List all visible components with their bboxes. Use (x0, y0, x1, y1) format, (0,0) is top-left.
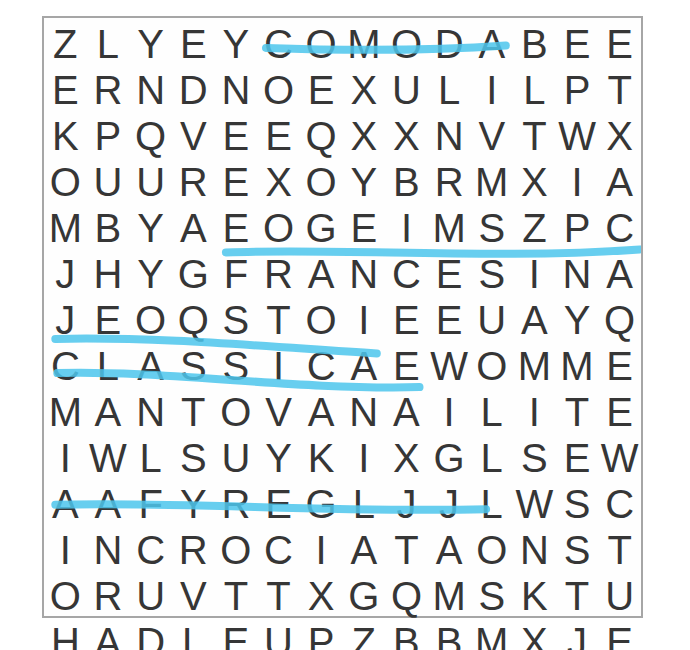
grid-cell[interactable]: A (300, 248, 343, 294)
grid-cell[interactable]: O (44, 570, 87, 616)
grid-cell[interactable]: U (257, 616, 300, 650)
grid-cell[interactable]: O (385, 18, 428, 64)
grid-cell[interactable]: A (598, 248, 641, 294)
grid-cell[interactable]: I (513, 386, 556, 432)
grid-cell[interactable]: A (428, 524, 471, 570)
grid-cell[interactable]: Y (129, 18, 172, 64)
grid-cell[interactable]: W (598, 432, 641, 478)
grid-cell[interactable]: R (257, 248, 300, 294)
grid-cell[interactable]: U (470, 294, 513, 340)
grid-cell[interactable]: W (513, 478, 556, 524)
grid-cell[interactable]: T (257, 570, 300, 616)
grid-cell[interactable]: F (129, 478, 172, 524)
grid-cell[interactable]: Q (300, 110, 343, 156)
grid-cell[interactable]: X (257, 156, 300, 202)
grid-cell[interactable]: I (44, 432, 87, 478)
grid-cell[interactable]: I (300, 524, 343, 570)
grid-cell[interactable]: T (257, 294, 300, 340)
grid-cell[interactable]: V (172, 110, 215, 156)
grid-cell[interactable]: R (428, 156, 471, 202)
grid-cell[interactable]: C (598, 478, 641, 524)
grid-cell[interactable]: A (44, 478, 87, 524)
grid-cell[interactable]: I (428, 386, 471, 432)
grid-cell[interactable]: E (598, 18, 641, 64)
grid-cell[interactable]: N (556, 248, 599, 294)
grid-cell[interactable]: L (129, 432, 172, 478)
grid-cell[interactable]: U (87, 156, 130, 202)
grid-cell[interactable]: D (172, 64, 215, 110)
grid-cell[interactable]: Q (598, 294, 641, 340)
grid-cell[interactable]: E (44, 64, 87, 110)
grid-cell[interactable]: J (428, 478, 471, 524)
grid-cell[interactable]: V (257, 386, 300, 432)
grid-cell[interactable]: X (385, 110, 428, 156)
grid-cell[interactable]: T (598, 524, 641, 570)
grid-cell[interactable]: E (300, 64, 343, 110)
grid-cell[interactable]: T (215, 570, 258, 616)
grid-cell[interactable]: B (513, 18, 556, 64)
grid-cell[interactable]: C (44, 340, 87, 386)
grid-cell[interactable]: S (172, 340, 215, 386)
grid-cell[interactable]: O (44, 156, 87, 202)
grid-cell[interactable]: I (44, 524, 87, 570)
grid-cell[interactable]: D (129, 616, 172, 650)
grid-cell[interactable]: M (44, 386, 87, 432)
grid-cell[interactable]: U (129, 570, 172, 616)
grid-cell[interactable]: X (513, 616, 556, 650)
grid-cell[interactable]: I (342, 294, 385, 340)
grid-cell[interactable]: O (470, 524, 513, 570)
grid-cell[interactable]: S (215, 340, 258, 386)
grid-cell[interactable]: S (470, 202, 513, 248)
grid-cell[interactable]: B (428, 616, 471, 650)
grid-cell[interactable]: C (598, 202, 641, 248)
grid-cell[interactable]: A (598, 156, 641, 202)
grid-cell[interactable]: R (87, 570, 130, 616)
grid-cell[interactable]: S (556, 478, 599, 524)
grid-cell[interactable]: O (300, 294, 343, 340)
grid-cell[interactable]: A (300, 386, 343, 432)
grid-cell[interactable]: A (342, 340, 385, 386)
grid-cell[interactable]: I (385, 202, 428, 248)
grid-cell[interactable]: X (598, 110, 641, 156)
word-search-page: ZLYEYCOMODABEEERNDNOEXULILPTKPQVEEQXXNVT… (0, 0, 690, 650)
grid-cell[interactable]: V (470, 110, 513, 156)
grid-cell[interactable]: R (215, 478, 258, 524)
grid-cell[interactable]: E (342, 202, 385, 248)
grid-cell[interactable]: X (342, 110, 385, 156)
grid-cell[interactable]: Q (172, 294, 215, 340)
grid-cell[interactable]: L (87, 18, 130, 64)
grid-cell[interactable]: A (470, 18, 513, 64)
grid-cell[interactable]: X (385, 432, 428, 478)
grid-cell[interactable]: M (470, 156, 513, 202)
grid-cell[interactable]: R (172, 524, 215, 570)
grid-cell[interactable]: E (598, 386, 641, 432)
grid-cell[interactable]: K (44, 110, 87, 156)
grid-cell[interactable]: A (87, 386, 130, 432)
grid-cell[interactable]: S (513, 432, 556, 478)
grid-cell[interactable]: S (172, 432, 215, 478)
grid-cell[interactable]: I (342, 432, 385, 478)
grid-cell[interactable]: C (257, 524, 300, 570)
grid-cell[interactable]: U (129, 156, 172, 202)
grid-cell[interactable]: J (44, 248, 87, 294)
grid-cell[interactable]: C (300, 340, 343, 386)
grid-cell[interactable]: N (215, 64, 258, 110)
grid-cell[interactable]: T (556, 570, 599, 616)
grid-cell[interactable]: E (428, 248, 471, 294)
grid-cell[interactable]: D (428, 18, 471, 64)
grid-cell[interactable]: P (556, 64, 599, 110)
grid-cell[interactable]: Y (172, 478, 215, 524)
grid-cell[interactable]: V (172, 570, 215, 616)
grid-cell[interactable]: E (385, 294, 428, 340)
grid-cell[interactable]: E (87, 294, 130, 340)
grid-cell[interactable]: G (300, 478, 343, 524)
grid-cell[interactable]: E (215, 110, 258, 156)
grid-cell[interactable]: Q (129, 110, 172, 156)
grid-cell[interactable]: Y (129, 202, 172, 248)
grid-cell[interactable]: L (513, 64, 556, 110)
grid-cell[interactable]: N (513, 524, 556, 570)
grid-cell[interactable]: A (385, 386, 428, 432)
grid-cell[interactable]: R (172, 156, 215, 202)
grid-cell[interactable]: E (215, 202, 258, 248)
grid-cell[interactable]: M (428, 570, 471, 616)
grid-cell[interactable]: O (257, 64, 300, 110)
grid-cell[interactable]: A (87, 478, 130, 524)
grid-cell[interactable]: N (129, 386, 172, 432)
grid-cell[interactable]: W (87, 432, 130, 478)
grid-cell[interactable]: W (428, 340, 471, 386)
grid-cell[interactable]: E (215, 156, 258, 202)
grid-cell[interactable]: S (215, 294, 258, 340)
grid-cell[interactable]: S (556, 524, 599, 570)
grid-cell[interactable]: J (44, 294, 87, 340)
grid-cell[interactable]: Y (215, 18, 258, 64)
grid-cell[interactable]: C (129, 524, 172, 570)
grid-cell[interactable]: P (300, 616, 343, 650)
grid-cell[interactable]: T (172, 386, 215, 432)
grid-cell[interactable]: W (556, 110, 599, 156)
grid-cell[interactable]: I (513, 248, 556, 294)
grid-cell[interactable]: J (556, 616, 599, 650)
grid-cell[interactable]: M (556, 340, 599, 386)
grid-cell[interactable]: T (513, 110, 556, 156)
grid-cell[interactable]: L (87, 340, 130, 386)
grid-cell[interactable]: C (257, 18, 300, 64)
grid-cell[interactable]: N (428, 110, 471, 156)
grid-cell[interactable]: T (556, 386, 599, 432)
grid-cell[interactable]: E (428, 294, 471, 340)
grid-cell[interactable]: K (513, 570, 556, 616)
grid-cell[interactable]: M (428, 202, 471, 248)
grid-cell[interactable]: T (598, 64, 641, 110)
grid-cell[interactable]: P (87, 110, 130, 156)
grid-cell[interactable]: O (215, 386, 258, 432)
grid-cell[interactable]: N (342, 248, 385, 294)
grid-cell[interactable]: M (342, 18, 385, 64)
grid-cell[interactable]: S (470, 570, 513, 616)
grid-cell[interactable]: O (129, 294, 172, 340)
grid-cell[interactable]: L (470, 432, 513, 478)
grid-cell[interactable]: O (215, 524, 258, 570)
grid-cell[interactable]: F (215, 248, 258, 294)
grid-cell[interactable]: L (172, 616, 215, 650)
grid-cell[interactable]: E (598, 616, 641, 650)
grid-cell[interactable]: Z (44, 18, 87, 64)
grid-cell[interactable]: G (342, 570, 385, 616)
word-search-board: ZLYEYCOMODABEEERNDNOEXULILPTKPQVEEQXXNVT… (42, 16, 643, 618)
grid-cell[interactable]: N (87, 524, 130, 570)
grid-cell[interactable]: Y (556, 294, 599, 340)
grid-cell[interactable]: E (385, 340, 428, 386)
grid-cell[interactable]: H (44, 616, 87, 650)
grid-cell[interactable]: G (428, 432, 471, 478)
grid-cell[interactable]: O (257, 202, 300, 248)
grid-cell[interactable]: I (556, 156, 599, 202)
grid-cell[interactable]: T (385, 524, 428, 570)
grid-cell[interactable]: Z (342, 616, 385, 650)
grid-cell[interactable]: Y (342, 156, 385, 202)
grid-cell[interactable]: E (257, 110, 300, 156)
grid-cell[interactable]: Y (257, 432, 300, 478)
grid-cell[interactable]: G (172, 248, 215, 294)
grid-cell[interactable]: M (44, 202, 87, 248)
grid-cell[interactable]: B (385, 616, 428, 650)
grid-cell[interactable]: P (556, 202, 599, 248)
letter-grid: ZLYEYCOMODABEEERNDNOEXULILPTKPQVEEQXXNVT… (44, 18, 641, 616)
grid-cell[interactable]: L (428, 64, 471, 110)
grid-cell[interactable]: X (300, 570, 343, 616)
grid-cell[interactable]: A (87, 616, 130, 650)
grid-cell[interactable]: I (470, 64, 513, 110)
grid-cell[interactable]: O (470, 340, 513, 386)
grid-cell[interactable]: B (87, 202, 130, 248)
grid-cell[interactable]: A (129, 340, 172, 386)
grid-cell[interactable]: H (87, 248, 130, 294)
grid-cell[interactable]: E (257, 478, 300, 524)
grid-cell[interactable]: C (385, 248, 428, 294)
grid-cell[interactable]: X (513, 156, 556, 202)
grid-cell[interactable]: U (215, 432, 258, 478)
grid-cell[interactable]: E (598, 340, 641, 386)
grid-cell[interactable]: E (172, 18, 215, 64)
grid-cell[interactable]: U (598, 570, 641, 616)
grid-cell[interactable]: A (342, 524, 385, 570)
grid-cell[interactable]: A (513, 294, 556, 340)
grid-cell[interactable]: U (385, 64, 428, 110)
grid-cell[interactable]: S (470, 248, 513, 294)
grid-cell[interactable]: X (342, 64, 385, 110)
grid-cell[interactable]: Q (385, 570, 428, 616)
grid-cell[interactable]: M (513, 340, 556, 386)
grid-cell[interactable]: E (556, 18, 599, 64)
grid-cell[interactable]: M (470, 616, 513, 650)
grid-cell[interactable]: Y (129, 248, 172, 294)
grid-cell[interactable]: A (172, 202, 215, 248)
grid-cell[interactable]: B (385, 156, 428, 202)
grid-cell[interactable]: L (342, 478, 385, 524)
grid-cell[interactable]: E (556, 432, 599, 478)
grid-cell[interactable]: N (129, 64, 172, 110)
grid-cell[interactable]: R (87, 64, 130, 110)
grid-cell[interactable]: I (257, 340, 300, 386)
grid-cell[interactable]: L (470, 386, 513, 432)
grid-cell[interactable]: E (215, 616, 258, 650)
grid-cell[interactable]: Z (513, 202, 556, 248)
grid-cell[interactable]: L (470, 478, 513, 524)
grid-cell[interactable]: K (300, 432, 343, 478)
grid-cell[interactable]: J (385, 478, 428, 524)
grid-cell[interactable]: N (342, 386, 385, 432)
grid-cell[interactable]: G (300, 202, 343, 248)
grid-cell[interactable]: O (300, 156, 343, 202)
grid-cell[interactable]: O (300, 18, 343, 64)
